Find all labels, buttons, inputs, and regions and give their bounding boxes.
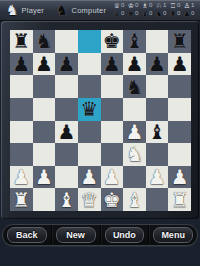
square-e8[interactable]: ♚ xyxy=(101,30,124,53)
square-e6[interactable] xyxy=(101,75,124,98)
captured-pieces-tray: ♕0♛0♔0♚0♗0♝0♘1♞0♖0♜0♙1♟0 xyxy=(112,2,196,18)
captured-black-queen: ♛0 xyxy=(114,10,125,18)
captured-black-king-count: 0 xyxy=(135,10,138,17)
toolbar-cell-new: New xyxy=(51,225,100,245)
black-bishop: ♝ xyxy=(125,31,143,51)
square-a2[interactable]: ♟ xyxy=(10,166,33,189)
white-bishop: ♝ xyxy=(125,189,143,209)
captured-column-knight: ♘1♞0 xyxy=(154,2,168,18)
white-pawn: ♟ xyxy=(35,167,53,187)
captured-column-bishop: ♗0♝0 xyxy=(140,2,154,18)
captured-black-pawn: ♟0 xyxy=(184,10,195,18)
captured-column-king: ♔0♚0 xyxy=(126,2,140,18)
white-bishop: ♝ xyxy=(58,189,76,209)
white-rook-icon: ♖ xyxy=(170,2,176,10)
toolbar-cell-back: Back xyxy=(3,225,51,245)
square-c6[interactable] xyxy=(55,75,78,98)
captured-black-rook: ♜0 xyxy=(170,10,181,18)
captured-white-rook-count: 0 xyxy=(177,2,180,9)
black-pawn: ♟ xyxy=(125,53,143,73)
square-e4[interactable] xyxy=(101,121,124,144)
square-h8[interactable]: ♜ xyxy=(168,30,191,53)
square-b4[interactable] xyxy=(33,121,56,144)
black-pawn-icon: ♟ xyxy=(184,10,190,18)
square-b7[interactable]: ♟ xyxy=(33,53,56,76)
captured-white-pawn: ♙1 xyxy=(184,2,195,10)
square-d6[interactable] xyxy=(78,75,101,98)
captured-column-pawn: ♙1♟0 xyxy=(182,2,196,18)
black-pawn: ♟ xyxy=(58,121,76,141)
square-a6[interactable] xyxy=(10,75,33,98)
black-knight-icon: ♞ xyxy=(156,10,162,18)
square-c3[interactable] xyxy=(55,143,78,166)
square-b5[interactable] xyxy=(33,98,56,121)
menu-button[interactable]: Menu xyxy=(153,227,193,243)
toolbar-cell-menu: Menu xyxy=(148,225,197,245)
square-c7[interactable]: ♟ xyxy=(55,53,78,76)
square-b6[interactable] xyxy=(33,75,56,98)
white-player-name: Player xyxy=(22,6,44,15)
square-g4[interactable]: ♝ xyxy=(146,121,169,144)
white-pawn: ♟ xyxy=(12,167,30,187)
square-g6[interactable] xyxy=(146,75,169,98)
captured-column-rook: ♖0♜0 xyxy=(168,2,182,18)
captured-white-knight-count: 1 xyxy=(163,2,166,9)
top-bar: ♞ Player ♞ Computer ♕0♛0♔0♚0♗0♝0♘1♞0♖0♜0… xyxy=(0,0,200,21)
square-a5[interactable] xyxy=(10,98,33,121)
captured-white-queen-count: 0 xyxy=(121,2,124,9)
white-queen: ♛ xyxy=(80,189,98,209)
square-d7[interactable] xyxy=(78,53,101,76)
captured-white-king: ♔0 xyxy=(128,2,139,10)
black-bishop: ♝ xyxy=(148,121,166,141)
captured-white-knight: ♘1 xyxy=(156,2,167,10)
square-a8[interactable]: ♜ xyxy=(10,30,33,53)
square-g5[interactable] xyxy=(146,98,169,121)
square-a4[interactable] xyxy=(10,121,33,144)
white-bishop-icon: ♗ xyxy=(142,2,148,10)
captured-white-bishop-count: 0 xyxy=(149,2,152,9)
square-e5[interactable] xyxy=(101,98,124,121)
square-h3[interactable] xyxy=(168,143,191,166)
square-f6[interactable]: ♞ xyxy=(123,75,146,98)
square-f2[interactable] xyxy=(123,166,146,189)
captured-column-queen: ♕0♛0 xyxy=(112,2,126,18)
white-knight-icon: ♘ xyxy=(156,2,162,10)
square-d8[interactable] xyxy=(78,30,101,53)
captured-white-queen: ♕0 xyxy=(114,2,125,10)
white-pawn-icon: ♙ xyxy=(184,2,190,10)
square-c1[interactable]: ♝ xyxy=(55,188,78,211)
black-bishop-icon: ♝ xyxy=(142,10,148,18)
square-f1[interactable]: ♝ xyxy=(123,188,146,211)
square-g1[interactable] xyxy=(146,188,169,211)
square-b8[interactable]: ♞ xyxy=(33,30,56,53)
square-a7[interactable]: ♟ xyxy=(10,53,33,76)
square-a3[interactable] xyxy=(10,143,33,166)
square-e3[interactable] xyxy=(101,143,124,166)
chess-app: ♞ Player ♞ Computer ♕0♛0♔0♚0♗0♝0♘1♞0♖0♜0… xyxy=(0,0,200,266)
captured-white-king-count: 0 xyxy=(135,2,138,9)
square-d3[interactable] xyxy=(78,143,101,166)
captured-black-king: ♚0 xyxy=(128,10,139,18)
square-c8[interactable] xyxy=(55,30,78,53)
black-knight-icon: ♞ xyxy=(56,3,69,17)
black-knight: ♞ xyxy=(35,31,53,51)
square-d4[interactable] xyxy=(78,121,101,144)
square-g2[interactable]: ♟ xyxy=(146,166,169,189)
toolbar-cell-undo: Undo xyxy=(100,225,149,245)
square-e1[interactable]: ♚ xyxy=(101,188,124,211)
square-g8[interactable] xyxy=(146,30,169,53)
back-button[interactable]: Back xyxy=(7,227,47,243)
square-d2[interactable]: ♟ xyxy=(78,166,101,189)
square-g3[interactable] xyxy=(146,143,169,166)
captured-white-pawn-count: 1 xyxy=(191,2,194,9)
black-knight: ♞ xyxy=(125,76,143,96)
square-d5[interactable]: ♛ xyxy=(78,98,101,121)
white-queen-icon: ♕ xyxy=(114,2,120,10)
black-player-name: Computer xyxy=(72,6,107,15)
white-pawn: ♟ xyxy=(103,167,121,187)
black-rook: ♜ xyxy=(12,31,30,51)
square-f3[interactable]: ♞ xyxy=(123,143,146,166)
captured-black-bishop: ♝0 xyxy=(142,10,153,18)
square-b1[interactable] xyxy=(33,188,56,211)
square-f8[interactable]: ♝ xyxy=(123,30,146,53)
square-h2[interactable]: ♟ xyxy=(168,166,191,189)
white-knight-icon: ♞ xyxy=(6,3,19,17)
black-queen-icon: ♛ xyxy=(114,10,120,18)
white-pawn: ♟ xyxy=(148,167,166,187)
captured-black-bishop-count: 0 xyxy=(149,10,152,17)
white-king: ♚ xyxy=(103,189,121,209)
square-c2[interactable] xyxy=(55,166,78,189)
black-pawn: ♟ xyxy=(58,53,76,73)
white-king-icon: ♔ xyxy=(128,2,134,10)
undo-button[interactable]: Undo xyxy=(105,227,145,243)
square-h6[interactable] xyxy=(168,75,191,98)
black-king: ♚ xyxy=(103,31,121,51)
black-queen: ♛ xyxy=(80,99,98,119)
chess-board: ♜♞♚♝♜♟♟♟♟♟♟♟♞♛♟♟♝♞♟♟♟♟♟♟♜♝♛♚♝♜ xyxy=(10,30,191,211)
white-pawn: ♟ xyxy=(171,167,189,187)
white-pawn: ♟ xyxy=(80,167,98,187)
square-e7[interactable]: ♟ xyxy=(101,53,124,76)
square-f4[interactable]: ♟ xyxy=(123,121,146,144)
bottom-toolbar: BackNewUndoMenu xyxy=(2,224,198,246)
white-pawn: ♟ xyxy=(125,121,143,141)
square-h5[interactable] xyxy=(168,98,191,121)
square-h1[interactable]: ♜ xyxy=(168,188,191,211)
square-h4[interactable] xyxy=(168,121,191,144)
square-f7[interactable]: ♟ xyxy=(123,53,146,76)
square-f5[interactable] xyxy=(123,98,146,121)
black-king-icon: ♚ xyxy=(128,10,134,18)
black-pawn: ♟ xyxy=(103,53,121,73)
black-rook: ♜ xyxy=(171,31,189,51)
square-c5[interactable] xyxy=(55,98,78,121)
captured-white-bishop: ♗0 xyxy=(142,2,153,10)
new-button[interactable]: New xyxy=(56,227,96,243)
captured-white-rook: ♖0 xyxy=(170,2,181,10)
square-h7[interactable]: ♟ xyxy=(168,53,191,76)
captured-black-knight: ♞0 xyxy=(156,10,167,18)
square-a1[interactable]: ♜ xyxy=(10,188,33,211)
black-pawn: ♟ xyxy=(171,53,189,73)
square-b3[interactable] xyxy=(33,143,56,166)
black-rook-icon: ♜ xyxy=(170,10,176,18)
white-rook: ♜ xyxy=(12,189,30,209)
captured-black-knight-count: 0 xyxy=(163,10,166,17)
captured-black-rook-count: 0 xyxy=(177,10,180,17)
black-pawn: ♟ xyxy=(12,53,30,73)
square-g7[interactable]: ♟ xyxy=(146,53,169,76)
board-frame: ♜♞♚♝♜♟♟♟♟♟♟♟♞♛♟♟♝♞♟♟♟♟♟♟♜♝♛♚♝♜ xyxy=(1,21,199,219)
captured-black-pawn-count: 0 xyxy=(191,10,194,17)
square-d1[interactable]: ♛ xyxy=(78,188,101,211)
black-player-info: ♞ Computer xyxy=(56,3,106,17)
white-player-info: ♞ Player xyxy=(6,3,44,17)
black-pawn: ♟ xyxy=(148,53,166,73)
square-e2[interactable]: ♟ xyxy=(101,166,124,189)
square-c4[interactable]: ♟ xyxy=(55,121,78,144)
captured-black-queen-count: 0 xyxy=(121,10,124,17)
square-b2[interactable]: ♟ xyxy=(33,166,56,189)
white-rook: ♜ xyxy=(171,189,189,209)
black-pawn: ♟ xyxy=(35,53,53,73)
white-knight: ♞ xyxy=(125,144,143,164)
